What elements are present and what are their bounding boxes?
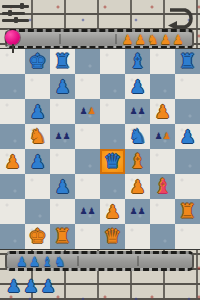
menu-knob — [14, 17, 18, 23]
square-e2[interactable]: ♟ — [100, 199, 125, 224]
bottom-captured-bar: ♟♟♝♞ — [5, 251, 194, 271]
square-g1[interactable] — [150, 224, 175, 249]
navy-mini-pawn-icon: ♟ — [154, 132, 162, 141]
square-g4[interactable] — [150, 149, 175, 174]
square-b8[interactable]: ♚ — [25, 49, 50, 74]
square-c7[interactable]: ♟ — [50, 74, 75, 99]
square-c4[interactable] — [50, 149, 75, 174]
orange-mini-pawn-icon: ♟ — [163, 132, 171, 141]
attack-marker-g5: ♟♟ — [150, 124, 175, 149]
navy-mini-pawn-icon: ♟ — [129, 207, 137, 216]
blue-king[interactable]: ♚ — [29, 49, 47, 74]
blue-bishop[interactable]: ♝ — [129, 49, 147, 74]
menu-line — [2, 5, 29, 8]
attack-marker-d6: ♟♟ — [75, 99, 100, 124]
blue-pawn[interactable]: ♟ — [29, 149, 45, 174]
square-e5[interactable] — [100, 124, 125, 149]
captured-orange-pawn-icon: ♟ — [134, 33, 146, 46]
navy-mini-pawn-icon: ♟ — [79, 107, 87, 116]
square-e4[interactable]: ♛ — [100, 149, 125, 174]
square-a6[interactable] — [0, 99, 25, 124]
attack-marker-f2: ♟♟ — [125, 199, 150, 224]
orange-knight[interactable]: ♞ — [29, 124, 47, 149]
bar-divider — [59, 34, 61, 44]
orange-pawn[interactable]: ♟ — [4, 149, 20, 174]
square-e3[interactable] — [100, 174, 125, 199]
menu-knob — [8, 10, 12, 16]
blue-pawn[interactable]: ♟ — [179, 124, 195, 149]
square-d6[interactable]: ♟♟ — [75, 99, 100, 124]
square-f5[interactable]: ♞ — [125, 124, 150, 149]
bar-divider — [115, 34, 117, 44]
square-f7[interactable]: ♟ — [125, 74, 150, 99]
square-h7[interactable] — [175, 74, 200, 99]
captured-blue-pawn-icon: ♟ — [16, 255, 28, 268]
square-f2[interactable]: ♟♟ — [125, 199, 150, 224]
bar-divider — [77, 256, 79, 266]
navy-mini-pawn-icon: ♟ — [138, 207, 146, 216]
navy-mini-pawn-icon: ♟ — [79, 207, 87, 216]
top-captured-bar: ♟♟♞♟♟ — [5, 29, 194, 49]
square-b5[interactable]: ♞ — [25, 124, 50, 149]
blue-queen[interactable]: ♛ — [104, 149, 122, 174]
square-g2[interactable] — [150, 199, 175, 224]
square-b2[interactable] — [25, 199, 50, 224]
pin-stem — [12, 44, 14, 53]
navy-mini-pawn-icon: ♟ — [129, 107, 137, 116]
chess-board: ♚♜♝♜♟♟♟♟♟♟♟♟♞♟♟♞♟♟♟♟♟♛♝♟♟♝♝♟♟♟♟♟♜♚♜♛ — [0, 49, 200, 249]
square-a5[interactable] — [0, 124, 25, 149]
square-c8[interactable]: ♜ — [50, 49, 75, 74]
blue-pawn[interactable]: ♟ — [54, 74, 70, 99]
orange-bishop[interactable]: ♝♝ — [154, 174, 172, 199]
orange-king[interactable]: ♚ — [29, 224, 47, 249]
square-d5[interactable] — [75, 124, 100, 149]
square-h2[interactable]: ♜ — [175, 199, 200, 224]
square-a2[interactable] — [0, 199, 25, 224]
blue-rook[interactable]: ♜ — [54, 49, 72, 74]
square-e8[interactable] — [100, 49, 125, 74]
captured-orange-pawn-icon: ♟ — [172, 33, 184, 46]
square-c5[interactable]: ♟♟ — [50, 124, 75, 149]
square-c2[interactable] — [50, 199, 75, 224]
attack-marker-f6: ♟♟ — [125, 99, 150, 124]
pin-icon — [5, 30, 20, 45]
menu-icon[interactable] — [2, 2, 32, 24]
navy-mini-pawn-icon: ♟ — [138, 107, 146, 116]
square-d7[interactable] — [75, 74, 100, 99]
menu-knob — [20, 3, 24, 9]
orange-bishop[interactable]: ♝ — [129, 149, 147, 174]
square-b1[interactable]: ♚ — [25, 224, 50, 249]
captured-orange-pawn-icon: ♟ — [122, 33, 134, 46]
square-h3[interactable] — [175, 174, 200, 199]
square-g6[interactable]: ♟ — [150, 99, 175, 124]
square-e7[interactable] — [100, 74, 125, 99]
square-d4[interactable] — [75, 149, 100, 174]
square-d3[interactable] — [75, 174, 100, 199]
threat-highlight-icon: ♝ — [155, 175, 173, 200]
navy-mini-pawn-icon: ♟ — [54, 132, 62, 141]
blue-knight[interactable]: ♞ — [129, 124, 147, 149]
square-g5[interactable]: ♟♟ — [150, 124, 175, 149]
chess-app-screen: ♟♟♞♟♟ ♚♜♝♜♟♟♟♟♟♟♟♟♞♟♟♞♟♟♟♟♟♛♝♟♟♝♝♟♟♟♟♟♜♚… — [0, 0, 200, 300]
orange-mini-pawn-icon: ♟ — [88, 107, 96, 116]
square-g3[interactable]: ♝♝ — [150, 174, 175, 199]
orange-rook[interactable]: ♜ — [54, 224, 72, 249]
square-d2[interactable]: ♟♟ — [75, 199, 100, 224]
square-e6[interactable] — [100, 99, 125, 124]
orange-queen[interactable]: ♛ — [104, 224, 122, 249]
attack-marker-d2: ♟♟ — [75, 199, 100, 224]
blue-pawn-tray: ♟♟♟ — [6, 275, 56, 297]
captured-orange-pieces: ♟♟♞♟♟ — [122, 32, 184, 46]
blue-pawn[interactable]: ♟ — [54, 174, 70, 199]
tray-blue-pawn-icon: ♟ — [23, 275, 38, 297]
square-c3[interactable]: ♟ — [50, 174, 75, 199]
square-f1[interactable] — [125, 224, 150, 249]
square-d1[interactable] — [75, 224, 100, 249]
captured-blue-pawn-icon: ♟ — [29, 255, 41, 268]
orange-pawn[interactable]: ♟ — [129, 174, 145, 199]
blue-pawn[interactable]: ♟ — [29, 99, 45, 124]
menu-line — [2, 12, 25, 15]
square-f8[interactable]: ♝ — [125, 49, 150, 74]
captured-orange-pawn-icon: ♟ — [160, 33, 172, 46]
orange-rook[interactable]: ♜ — [179, 199, 197, 224]
square-a1[interactable] — [0, 224, 25, 249]
square-a7[interactable] — [0, 74, 25, 99]
square-e1[interactable]: ♛ — [100, 224, 125, 249]
square-h8[interactable]: ♜ — [175, 49, 200, 74]
bar-divider — [137, 256, 139, 266]
attack-marker-c5: ♟♟ — [50, 124, 75, 149]
tray-blue-pawn-icon: ♟ — [41, 275, 56, 297]
undo-icon[interactable] — [162, 3, 198, 30]
square-c1[interactable]: ♜ — [50, 224, 75, 249]
captured-blue-knight-icon: ♞ — [54, 255, 66, 268]
square-f4[interactable]: ♝ — [125, 149, 150, 174]
square-b3[interactable] — [25, 174, 50, 199]
blue-pawn[interactable]: ♟ — [129, 74, 145, 99]
square-h4[interactable] — [175, 149, 200, 174]
square-h1[interactable] — [175, 224, 200, 249]
square-b6[interactable]: ♟ — [25, 99, 50, 124]
square-f6[interactable]: ♟♟ — [125, 99, 150, 124]
square-h5[interactable]: ♟ — [175, 124, 200, 149]
captured-blue-bishop-icon: ♝ — [41, 255, 53, 268]
square-h6[interactable] — [175, 99, 200, 124]
square-c6[interactable] — [50, 99, 75, 124]
square-g8[interactable] — [150, 49, 175, 74]
square-b7[interactable] — [25, 74, 50, 99]
navy-mini-pawn-icon: ♟ — [63, 132, 71, 141]
square-b4[interactable]: ♟ — [25, 149, 50, 174]
square-f3[interactable]: ♟ — [125, 174, 150, 199]
square-d8[interactable] — [75, 49, 100, 74]
captured-orange-knight-icon: ♞ — [147, 33, 159, 46]
captured-blue-pieces: ♟♟♝♞ — [16, 254, 66, 268]
blue-rook[interactable]: ♜ — [179, 49, 197, 74]
tray-blue-pawn-icon: ♟ — [6, 275, 21, 297]
navy-mini-pawn-icon: ♟ — [88, 207, 96, 216]
square-a3[interactable] — [0, 174, 25, 199]
square-g7[interactable] — [150, 74, 175, 99]
orange-pawn[interactable]: ♟ — [104, 199, 120, 224]
square-a4[interactable]: ♟ — [0, 149, 25, 174]
orange-pawn[interactable]: ♟ — [154, 99, 170, 124]
